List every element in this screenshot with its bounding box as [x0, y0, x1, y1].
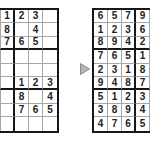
cell-r9c9 [43, 117, 57, 130]
cell-r1c9 [43, 10, 57, 23]
cell-r9c1: 4 [94, 117, 108, 130]
cell-r9c6 [1, 117, 15, 130]
cell-r5c3: 1 [122, 64, 136, 77]
cell-r1c4: 9 [136, 10, 150, 23]
cell-r7c7: 8 [15, 90, 29, 103]
cell-r8c6 [1, 104, 15, 117]
cell-r2c9 [43, 23, 57, 36]
cell-r6c2: 4 [108, 77, 122, 90]
cell-r2c6: 8 [1, 23, 15, 36]
cell-r1c6: 1 [1, 10, 15, 23]
right-arrow-icon [80, 63, 90, 75]
cell-r9c3: 6 [122, 117, 136, 130]
cell-r6c8: 2 [29, 77, 43, 90]
cell-r4c7 [15, 50, 29, 63]
cell-r3c3: 4 [122, 37, 136, 50]
cell-r3c8: 5 [29, 37, 43, 50]
cell-r7c6 [1, 90, 15, 103]
cell-r9c4: 5 [136, 117, 150, 130]
cell-r3c1: 8 [94, 37, 108, 50]
cell-r5c9 [43, 64, 57, 77]
cell-r3c9 [43, 37, 57, 50]
cell-r6c7: 1 [15, 77, 29, 90]
cell-r8c1: 3 [94, 104, 108, 117]
cell-r2c3: 3 [122, 23, 136, 36]
cell-r4c3: 5 [122, 50, 136, 63]
cell-r6c6 [1, 77, 15, 90]
sudoku-diagram: 1238476512384765 65791236894276512318948… [0, 0, 150, 150]
cell-r4c9 [43, 50, 57, 63]
cell-r6c3: 8 [122, 77, 136, 90]
cell-r7c3: 2 [122, 90, 136, 103]
cell-r5c6 [1, 64, 15, 77]
cell-r3c6: 7 [1, 37, 15, 50]
cell-r8c9: 5 [43, 104, 57, 117]
cell-r4c2: 6 [108, 50, 122, 63]
cell-r8c3: 9 [122, 104, 136, 117]
cell-r5c7 [15, 64, 29, 77]
solution-grid: 657912368942765123189487512338944765 [92, 8, 150, 133]
cell-r5c4: 8 [136, 64, 150, 77]
cell-r7c2: 1 [108, 90, 122, 103]
cell-r5c1: 2 [94, 64, 108, 77]
cell-r2c8: 4 [29, 23, 43, 36]
cell-r5c2: 3 [108, 64, 122, 77]
cell-r3c4: 2 [136, 37, 150, 50]
cell-r8c2: 8 [108, 104, 122, 117]
cell-r2c1: 1 [94, 23, 108, 36]
cell-r7c8 [29, 90, 43, 103]
cell-r1c8: 3 [29, 10, 43, 23]
cell-r8c4: 4 [136, 104, 150, 117]
cell-r6c9: 3 [43, 77, 57, 90]
cell-r1c2: 5 [108, 10, 122, 23]
cell-r3c7: 6 [15, 37, 29, 50]
cell-r1c1: 6 [94, 10, 108, 23]
cell-r8c8: 6 [29, 104, 43, 117]
cell-r8c7: 7 [15, 104, 29, 117]
cell-r2c7 [15, 23, 29, 36]
cell-r4c8 [29, 50, 43, 63]
cell-r7c1: 5 [94, 90, 108, 103]
cell-r7c4: 3 [136, 90, 150, 103]
cell-r5c8 [29, 64, 43, 77]
cell-r3c2: 9 [108, 37, 122, 50]
cell-r6c1: 9 [94, 77, 108, 90]
cell-r4c1: 7 [94, 50, 108, 63]
cell-r6c4: 7 [136, 77, 150, 90]
cell-r2c4: 6 [136, 23, 150, 36]
cell-r7c9: 4 [43, 90, 57, 103]
puzzle-grid: 1238476512384765 [0, 8, 59, 133]
cell-r1c7: 2 [15, 10, 29, 23]
cell-r9c2: 7 [108, 117, 122, 130]
cell-r4c6 [1, 50, 15, 63]
cell-r4c4: 1 [136, 50, 150, 63]
cell-r9c7 [15, 117, 29, 130]
cell-r1c3: 7 [122, 10, 136, 23]
cell-r2c2: 2 [108, 23, 122, 36]
cell-r9c8 [29, 117, 43, 130]
